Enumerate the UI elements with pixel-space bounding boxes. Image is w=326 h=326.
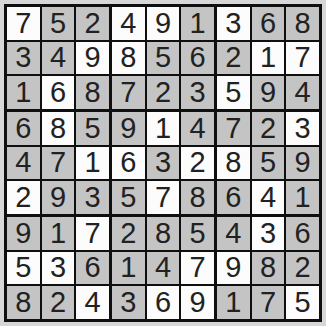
cell-digit: 7 [295,43,311,72]
cell-r2c3[interactable]: 9 [76,42,109,75]
cell-r9c2[interactable]: 2 [42,286,75,319]
cell-r6c3[interactable]: 3 [76,181,109,214]
cell-r8c9[interactable]: 2 [286,252,319,285]
cell-r7c7[interactable]: 4 [217,217,250,250]
cell-digit: 1 [260,43,276,72]
cell-digit: 7 [155,183,171,212]
cell-digit: 6 [225,183,241,212]
cell-digit: 7 [15,9,31,38]
box-1-2: 491856723 [112,7,214,109]
cell-digit: 6 [15,114,31,143]
cell-digit: 7 [120,78,136,107]
box-3-2: 285147369 [112,217,214,319]
cell-r8c7[interactable]: 9 [217,252,250,285]
cell-r1c2[interactable]: 5 [42,7,75,40]
cell-digit: 6 [190,43,206,72]
cell-digit: 6 [85,253,101,282]
cell-r3c5[interactable]: 2 [147,76,180,109]
cell-digit: 8 [190,183,206,212]
cell-digit: 1 [295,183,311,212]
cell-r4c6[interactable]: 4 [181,112,214,145]
cell-r2c8[interactable]: 1 [252,42,285,75]
cell-digit: 5 [295,288,311,317]
cell-r6c2[interactable]: 9 [42,181,75,214]
cell-r4c7[interactable]: 7 [217,112,250,145]
cell-r4c3[interactable]: 5 [76,112,109,145]
cell-r9c6[interactable]: 9 [181,286,214,319]
box-2-3: 723859641 [217,112,319,214]
cell-digit: 3 [190,78,206,107]
box-3-3: 436982175 [217,217,319,319]
cell-digit: 6 [155,288,171,317]
cell-r3c6[interactable]: 3 [181,76,214,109]
cell-digit: 3 [15,43,31,72]
cell-r5c8[interactable]: 5 [252,147,285,180]
cell-r1c8[interactable]: 6 [252,7,285,40]
cell-digit: 9 [295,148,311,177]
cell-digit: 4 [225,219,241,248]
cell-digit: 7 [50,148,66,177]
cell-r2c2[interactable]: 4 [42,42,75,75]
cell-digit: 4 [120,9,136,38]
cell-r3c8[interactable]: 9 [252,76,285,109]
cell-digit: 4 [155,253,171,282]
cell-r6c4[interactable]: 5 [112,181,145,214]
cell-r9c5[interactable]: 6 [147,286,180,319]
cell-r4c1[interactable]: 6 [7,112,40,145]
cell-digit: 8 [15,288,31,317]
cell-digit: 3 [225,9,241,38]
cell-digit: 8 [85,78,101,107]
cell-digit: 4 [260,183,276,212]
cell-r5c9[interactable]: 9 [286,147,319,180]
cell-digit: 3 [120,288,136,317]
cell-digit: 5 [190,219,206,248]
cell-r6c8[interactable]: 4 [252,181,285,214]
cell-r9c1[interactable]: 8 [7,286,40,319]
cell-r6c1[interactable]: 2 [7,181,40,214]
cell-digit: 5 [225,78,241,107]
cell-r6c9[interactable]: 1 [286,181,319,214]
cell-digit: 9 [260,78,276,107]
cell-digit: 9 [120,114,136,143]
cell-digit: 5 [120,183,136,212]
cell-digit: 2 [15,183,31,212]
cell-r8c1[interactable]: 5 [7,252,40,285]
cell-digit: 2 [155,78,171,107]
cell-r2c6[interactable]: 6 [181,42,214,75]
cell-r7c6[interactable]: 5 [181,217,214,250]
cell-r9c9[interactable]: 5 [286,286,319,319]
cell-r4c5[interactable]: 1 [147,112,180,145]
cell-r7c4[interactable]: 2 [112,217,145,250]
cell-digit: 3 [85,183,101,212]
cell-r2c5[interactable]: 5 [147,42,180,75]
cell-r7c5[interactable]: 8 [147,217,180,250]
cell-r3c3[interactable]: 8 [76,76,109,109]
cell-r1c3[interactable]: 2 [76,7,109,40]
box-2-2: 914632578 [112,112,214,214]
cell-digit: 2 [225,43,241,72]
cell-r5c5[interactable]: 3 [147,147,180,180]
cell-r9c4[interactable]: 3 [112,286,145,319]
cell-digit: 4 [190,114,206,143]
cell-r5c2[interactable]: 7 [42,147,75,180]
cell-digit: 1 [155,114,171,143]
cell-digit: 1 [120,253,136,282]
cell-digit: 8 [260,253,276,282]
cell-r9c7[interactable]: 1 [217,286,250,319]
cell-digit: 4 [50,43,66,72]
cell-digit: 1 [50,219,66,248]
cell-r7c8[interactable]: 3 [252,217,285,250]
cell-digit: 4 [15,148,31,177]
cell-digit: 2 [190,148,206,177]
cell-r9c3[interactable]: 4 [76,286,109,319]
cell-digit: 3 [260,219,276,248]
cell-digit: 8 [155,219,171,248]
cell-digit: 2 [85,9,101,38]
cell-digit: 8 [295,9,311,38]
cell-r3c4[interactable]: 7 [112,76,145,109]
cell-digit: 7 [85,219,101,248]
cell-r6c7[interactable]: 6 [217,181,250,214]
cell-r7c3[interactable]: 7 [76,217,109,250]
cell-r5c3[interactable]: 1 [76,147,109,180]
cell-r3c9[interactable]: 4 [286,76,319,109]
cell-digit: 2 [50,288,66,317]
cell-digit: 1 [85,148,101,177]
cell-r8c3[interactable]: 6 [76,252,109,285]
cell-digit: 5 [15,253,31,282]
cell-digit: 1 [190,9,206,38]
cell-digit: 9 [85,43,101,72]
cell-r1c7[interactable]: 3 [217,7,250,40]
cell-digit: 7 [260,288,276,317]
cell-r8c6[interactable]: 7 [181,252,214,285]
cell-r5c1[interactable]: 4 [7,147,40,180]
cell-r7c9[interactable]: 6 [286,217,319,250]
box-1-3: 368217594 [217,7,319,109]
cell-digit: 6 [295,219,311,248]
cell-digit: 9 [15,219,31,248]
cell-digit: 2 [260,114,276,143]
cell-digit: 8 [50,114,66,143]
cell-r7c2[interactable]: 1 [42,217,75,250]
cell-r1c9[interactable]: 8 [286,7,319,40]
cell-r1c5[interactable]: 9 [147,7,180,40]
cell-digit: 9 [190,288,206,317]
sudoku-board: 7523491684918567233682175946854712939146… [4,4,322,322]
cell-r1c1[interactable]: 7 [7,7,40,40]
cell-digit: 5 [155,43,171,72]
cell-r5c7[interactable]: 8 [217,147,250,180]
cell-digit: 2 [295,253,311,282]
cell-r2c9[interactable]: 7 [286,42,319,75]
cell-digit: 1 [225,288,241,317]
cell-r9c8[interactable]: 7 [252,286,285,319]
cell-r3c1[interactable]: 1 [7,76,40,109]
cell-digit: 2 [120,219,136,248]
cell-r1c4[interactable]: 4 [112,7,145,40]
cell-r3c7[interactable]: 5 [217,76,250,109]
cell-r8c5[interactable]: 4 [147,252,180,285]
cell-digit: 9 [50,183,66,212]
cell-digit: 9 [155,9,171,38]
cell-r1c6[interactable]: 1 [181,7,214,40]
box-2-1: 685471293 [7,112,109,214]
cell-digit: 5 [85,114,101,143]
cell-r2c1[interactable]: 3 [7,42,40,75]
cell-r2c7[interactable]: 2 [217,42,250,75]
cell-digit: 3 [155,148,171,177]
cell-digit: 6 [120,148,136,177]
cell-digit: 8 [225,148,241,177]
cell-r5c6[interactable]: 2 [181,147,214,180]
cell-r8c8[interactable]: 8 [252,252,285,285]
cell-digit: 3 [295,114,311,143]
cell-digit: 6 [50,78,66,107]
cell-digit: 7 [190,253,206,282]
cell-r6c6[interactable]: 8 [181,181,214,214]
cell-digit: 5 [260,148,276,177]
cell-r3c2[interactable]: 6 [42,76,75,109]
cell-digit: 8 [120,43,136,72]
cell-r4c8[interactable]: 2 [252,112,285,145]
cell-digit: 7 [225,114,241,143]
cell-r4c4[interactable]: 9 [112,112,145,145]
sudoku-board-frame: 7523491684918567233682175946854712939146… [0,0,326,326]
cell-r7c1[interactable]: 9 [7,217,40,250]
cell-r8c2[interactable]: 3 [42,252,75,285]
cell-r2c4[interactable]: 8 [112,42,145,75]
cell-digit: 6 [260,9,276,38]
cell-r8c4[interactable]: 1 [112,252,145,285]
box-1-1: 752349168 [7,7,109,109]
cell-digit: 1 [15,78,31,107]
cell-digit: 4 [85,288,101,317]
cell-digit: 5 [50,9,66,38]
cell-digit: 4 [295,78,311,107]
box-3-1: 917536824 [7,217,109,319]
cell-r4c2[interactable]: 8 [42,112,75,145]
cell-r5c4[interactable]: 6 [112,147,145,180]
cell-r6c5[interactable]: 7 [147,181,180,214]
cell-r4c9[interactable]: 3 [286,112,319,145]
cell-digit: 9 [225,253,241,282]
cell-digit: 3 [50,253,66,282]
